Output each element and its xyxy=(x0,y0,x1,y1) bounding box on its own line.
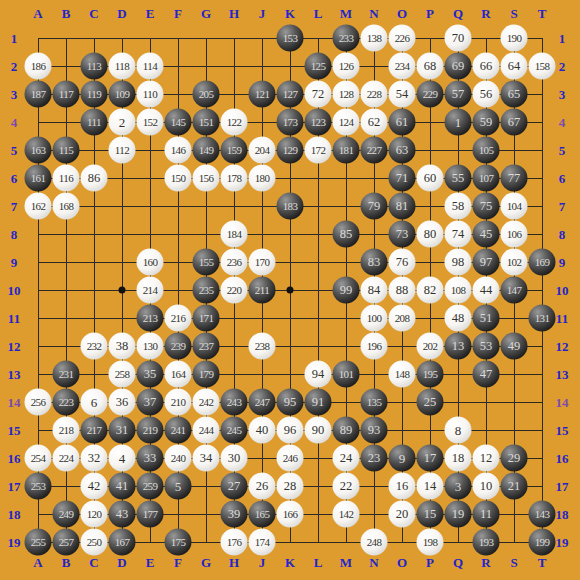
move-number: 16 xyxy=(396,480,409,493)
move-number: 33 xyxy=(144,452,157,465)
move-number: 10 xyxy=(480,480,493,493)
stone-O7-move-81-black[interactable]: 81 xyxy=(389,193,416,220)
stone-A16-move-254-white[interactable]: 254 xyxy=(25,445,52,472)
stone-R5-move-105-black[interactable]: 105 xyxy=(473,137,500,164)
stone-Q3-move-57-black[interactable]: 57 xyxy=(445,81,472,108)
stone-O10-move-88-white[interactable]: 88 xyxy=(389,277,416,304)
move-number: 130 xyxy=(143,341,158,352)
stone-Q2-move-69-black[interactable]: 69 xyxy=(445,53,472,80)
column-label-bottom-H: H xyxy=(229,556,239,569)
stone-K17-move-28-white[interactable]: 28 xyxy=(277,473,304,500)
stone-K5-move-129-black[interactable]: 129 xyxy=(277,137,304,164)
stone-A2-move-186-white[interactable]: 186 xyxy=(25,53,52,80)
stone-O16-move-9-black[interactable]: 9 xyxy=(389,445,416,472)
stone-O8-move-73-black[interactable]: 73 xyxy=(389,221,416,248)
stone-S3-move-65-black[interactable]: 65 xyxy=(501,81,528,108)
stone-Q1-move-70-white[interactable]: 70 xyxy=(445,25,472,52)
stone-N5-move-227-black[interactable]: 227 xyxy=(361,137,388,164)
stone-Q16-move-18-white[interactable]: 18 xyxy=(445,445,472,472)
stone-G9-move-155-black[interactable]: 155 xyxy=(193,249,220,276)
stone-O6-move-71-black[interactable]: 71 xyxy=(389,165,416,192)
stone-O1-move-226-white[interactable]: 226 xyxy=(389,25,416,52)
stone-R7-move-75-black[interactable]: 75 xyxy=(473,193,500,220)
move-number: 64 xyxy=(508,60,521,73)
stone-D2-move-118-white[interactable]: 118 xyxy=(109,53,136,80)
stone-N1-move-138-white[interactable]: 138 xyxy=(361,25,388,52)
move-number: 91 xyxy=(312,396,325,409)
stone-R12-move-53-black[interactable]: 53 xyxy=(473,333,500,360)
stone-D4-move-2-white[interactable]: 2 xyxy=(109,109,136,136)
move-number: 155 xyxy=(199,257,214,268)
stone-D12-move-38-white[interactable]: 38 xyxy=(109,333,136,360)
stone-T19-move-199-black[interactable]: 199 xyxy=(529,529,556,556)
stone-C19-move-250-white[interactable]: 250 xyxy=(81,529,108,556)
stone-K14-move-95-black[interactable]: 95 xyxy=(277,389,304,416)
stone-H5-move-159-black[interactable]: 159 xyxy=(221,137,248,164)
stone-D15-move-31-black[interactable]: 31 xyxy=(109,417,136,444)
stone-J17-move-26-white[interactable]: 26 xyxy=(249,473,276,500)
stone-N10-move-84-white[interactable]: 84 xyxy=(361,277,388,304)
stone-O11-move-208-white[interactable]: 208 xyxy=(389,305,416,332)
stone-D14-move-36-white[interactable]: 36 xyxy=(109,389,136,416)
stone-M2-move-126-white[interactable]: 126 xyxy=(333,53,360,80)
stone-F17-move-5-black[interactable]: 5 xyxy=(165,473,192,500)
move-number: 113 xyxy=(87,61,101,72)
stone-O5-move-63-black[interactable]: 63 xyxy=(389,137,416,164)
stone-M13-move-101-black[interactable]: 101 xyxy=(333,361,360,388)
stone-D5-move-112-white[interactable]: 112 xyxy=(109,137,136,164)
move-number: 249 xyxy=(59,509,74,520)
stone-F15-move-241-black[interactable]: 241 xyxy=(165,417,192,444)
row-label-left-7: 7 xyxy=(11,200,18,213)
stone-J3-move-121-black[interactable]: 121 xyxy=(249,81,276,108)
stone-N15-move-93-black[interactable]: 93 xyxy=(361,417,388,444)
stone-J12-move-238-white[interactable]: 238 xyxy=(249,333,276,360)
stone-S17-move-21-black[interactable]: 21 xyxy=(501,473,528,500)
stone-S16-move-29-black[interactable]: 29 xyxy=(501,445,528,472)
stone-R8-move-45-black[interactable]: 45 xyxy=(473,221,500,248)
stone-B15-move-218-white[interactable]: 218 xyxy=(53,417,80,444)
move-number: 67 xyxy=(508,116,521,129)
stone-M3-move-128-white[interactable]: 128 xyxy=(333,81,360,108)
stone-C3-move-119-black[interactable]: 119 xyxy=(81,81,108,108)
move-number: 150 xyxy=(171,173,186,184)
move-number: 88 xyxy=(396,284,409,297)
stone-M16-move-24-white[interactable]: 24 xyxy=(333,445,360,472)
move-number: 229 xyxy=(423,89,438,100)
column-label-bottom-J: J xyxy=(259,556,266,569)
star-point-D10 xyxy=(119,287,126,294)
stone-N19-move-248-white[interactable]: 248 xyxy=(361,529,388,556)
stone-O3-move-54-white[interactable]: 54 xyxy=(389,81,416,108)
stone-O18-move-20-white[interactable]: 20 xyxy=(389,501,416,528)
move-number: 84 xyxy=(368,284,381,297)
stone-C17-move-42-white[interactable]: 42 xyxy=(81,473,108,500)
stone-M1-move-233-black[interactable]: 233 xyxy=(333,25,360,52)
stone-N4-move-62-white[interactable]: 62 xyxy=(361,109,388,136)
stone-T9-move-169-black[interactable]: 169 xyxy=(529,249,556,276)
stone-E3-move-110-white[interactable]: 110 xyxy=(137,81,164,108)
stone-S9-move-102-white[interactable]: 102 xyxy=(501,249,528,276)
stone-N12-move-196-white[interactable]: 196 xyxy=(361,333,388,360)
stone-R19-move-193-black[interactable]: 193 xyxy=(473,529,500,556)
column-label-bottom-F: F xyxy=(174,556,182,569)
stone-S12-move-49-black[interactable]: 49 xyxy=(501,333,528,360)
stone-H4-move-122-white[interactable]: 122 xyxy=(221,109,248,136)
stone-F19-move-175-black[interactable]: 175 xyxy=(165,529,192,556)
move-number: 243 xyxy=(227,397,242,408)
stone-A14-move-256-white[interactable]: 256 xyxy=(25,389,52,416)
stone-A19-move-255-black[interactable]: 255 xyxy=(25,529,52,556)
stone-N16-move-23-black[interactable]: 23 xyxy=(361,445,388,472)
stone-H9-move-236-white[interactable]: 236 xyxy=(221,249,248,276)
stone-S7-move-104-white[interactable]: 104 xyxy=(501,193,528,220)
stone-S10-move-147-black[interactable]: 147 xyxy=(501,277,528,304)
stone-J18-move-165-black[interactable]: 165 xyxy=(249,501,276,528)
column-label-bottom-N: N xyxy=(369,556,378,569)
stone-R13-move-47-black[interactable]: 47 xyxy=(473,361,500,388)
stone-C4-move-111-black[interactable]: 111 xyxy=(81,109,108,136)
stone-L3-move-72-white[interactable]: 72 xyxy=(305,81,332,108)
stone-L13-move-94-white[interactable]: 94 xyxy=(305,361,332,388)
stone-H6-move-178-white[interactable]: 178 xyxy=(221,165,248,192)
stone-B7-move-168-white[interactable]: 168 xyxy=(53,193,80,220)
stone-G5-move-149-black[interactable]: 149 xyxy=(193,137,220,164)
stone-B6-move-116-white[interactable]: 116 xyxy=(53,165,80,192)
move-number: 176 xyxy=(227,537,242,548)
move-number: 77 xyxy=(508,172,521,185)
stone-C6-move-86-white[interactable]: 86 xyxy=(81,165,108,192)
move-number: 135 xyxy=(367,397,382,408)
move-number: 120 xyxy=(87,509,102,520)
stone-Q18-move-19-black[interactable]: 19 xyxy=(445,501,472,528)
stone-D19-move-167-black[interactable]: 167 xyxy=(109,529,136,556)
stone-M10-move-99-black[interactable]: 99 xyxy=(333,277,360,304)
stone-R3-move-56-white[interactable]: 56 xyxy=(473,81,500,108)
column-label-bottom-D: D xyxy=(117,556,126,569)
stone-K15-move-96-white[interactable]: 96 xyxy=(277,417,304,444)
move-number: 239 xyxy=(171,341,186,352)
move-number: 170 xyxy=(255,257,270,268)
column-label-bottom-S: S xyxy=(510,556,517,569)
stone-D18-move-43-black[interactable]: 43 xyxy=(109,501,136,528)
row-label-right-4: 4 xyxy=(559,116,566,129)
stone-Q4-move-1-black[interactable]: 1 xyxy=(445,109,472,136)
move-number: 128 xyxy=(339,89,354,100)
stone-D16-move-4-white[interactable]: 4 xyxy=(109,445,136,472)
stone-E13-move-35-black[interactable]: 35 xyxy=(137,361,164,388)
row-label-right-14: 14 xyxy=(556,396,569,409)
move-number: 122 xyxy=(227,117,242,128)
move-number: 93 xyxy=(368,424,381,437)
move-number: 227 xyxy=(367,145,382,156)
move-number: 119 xyxy=(87,89,101,100)
stone-A3-move-187-black[interactable]: 187 xyxy=(25,81,52,108)
stone-Q15-move-8-white[interactable]: 8 xyxy=(445,417,472,444)
stone-G15-move-244-white[interactable]: 244 xyxy=(193,417,220,444)
stone-C12-move-232-white[interactable]: 232 xyxy=(81,333,108,360)
stone-Q6-move-55-black[interactable]: 55 xyxy=(445,165,472,192)
stone-H10-move-220-white[interactable]: 220 xyxy=(221,277,248,304)
move-number: 21 xyxy=(508,480,521,493)
move-number: 30 xyxy=(228,452,241,465)
stone-H19-move-176-white[interactable]: 176 xyxy=(221,529,248,556)
stone-J6-move-180-white[interactable]: 180 xyxy=(249,165,276,192)
stone-B16-move-224-white[interactable]: 224 xyxy=(53,445,80,472)
stone-K16-move-246-white[interactable]: 246 xyxy=(277,445,304,472)
move-number: 152 xyxy=(143,117,158,128)
move-number: 70 xyxy=(452,32,465,45)
stone-Q12-move-13-black[interactable]: 13 xyxy=(445,333,472,360)
stone-N7-move-79-black[interactable]: 79 xyxy=(361,193,388,220)
stone-N9-move-83-black[interactable]: 83 xyxy=(361,249,388,276)
stone-P13-move-195-black[interactable]: 195 xyxy=(417,361,444,388)
stone-B14-move-223-black[interactable]: 223 xyxy=(53,389,80,416)
stone-N3-move-228-white[interactable]: 228 xyxy=(361,81,388,108)
stone-K18-move-166-white[interactable]: 166 xyxy=(277,501,304,528)
move-number: 44 xyxy=(480,284,493,297)
move-number: 226 xyxy=(395,33,410,44)
stone-H14-move-243-black[interactable]: 243 xyxy=(221,389,248,416)
stone-J9-move-170-white[interactable]: 170 xyxy=(249,249,276,276)
stone-S4-move-67-black[interactable]: 67 xyxy=(501,109,528,136)
stone-F6-move-150-white[interactable]: 150 xyxy=(165,165,192,192)
stone-R6-move-107-black[interactable]: 107 xyxy=(473,165,500,192)
move-number: 45 xyxy=(480,228,493,241)
row-label-right-8: 8 xyxy=(559,228,566,241)
stone-L5-move-172-white[interactable]: 172 xyxy=(305,137,332,164)
stone-E12-move-130-white[interactable]: 130 xyxy=(137,333,164,360)
stone-P12-move-202-white[interactable]: 202 xyxy=(417,333,444,360)
stone-J14-move-247-black[interactable]: 247 xyxy=(249,389,276,416)
stone-E10-move-214-white[interactable]: 214 xyxy=(137,277,164,304)
stone-R10-move-44-white[interactable]: 44 xyxy=(473,277,500,304)
stone-Q9-move-98-white[interactable]: 98 xyxy=(445,249,472,276)
stone-F13-move-164-white[interactable]: 164 xyxy=(165,361,192,388)
stone-P19-move-198-white[interactable]: 198 xyxy=(417,529,444,556)
stone-R4-move-59-black[interactable]: 59 xyxy=(473,109,500,136)
stone-R9-move-97-black[interactable]: 97 xyxy=(473,249,500,276)
stone-M4-move-124-white[interactable]: 124 xyxy=(333,109,360,136)
column-label-top-J: J xyxy=(259,7,266,20)
stone-O17-move-16-white[interactable]: 16 xyxy=(389,473,416,500)
stone-E9-move-160-white[interactable]: 160 xyxy=(137,249,164,276)
stone-F16-move-240-white[interactable]: 240 xyxy=(165,445,192,472)
stone-K7-move-183-black[interactable]: 183 xyxy=(277,193,304,220)
stone-B3-move-117-black[interactable]: 117 xyxy=(53,81,80,108)
move-number: 143 xyxy=(535,509,550,520)
move-number: 179 xyxy=(199,369,214,380)
column-label-top-P: P xyxy=(426,7,434,20)
row-label-left-16: 16 xyxy=(8,452,21,465)
stone-T18-move-143-black[interactable]: 143 xyxy=(529,501,556,528)
stone-E14-move-37-black[interactable]: 37 xyxy=(137,389,164,416)
stone-E15-move-219-black[interactable]: 219 xyxy=(137,417,164,444)
stone-F14-move-210-white[interactable]: 210 xyxy=(165,389,192,416)
column-label-top-D: D xyxy=(117,7,126,20)
move-number: 208 xyxy=(395,313,410,324)
stone-J19-move-174-white[interactable]: 174 xyxy=(249,529,276,556)
stone-P8-move-80-white[interactable]: 80 xyxy=(417,221,444,248)
stone-B13-move-231-black[interactable]: 231 xyxy=(53,361,80,388)
stone-J5-move-204-white[interactable]: 204 xyxy=(249,137,276,164)
stone-Q8-move-74-white[interactable]: 74 xyxy=(445,221,472,248)
move-number: 112 xyxy=(115,145,129,156)
stone-E16-move-33-black[interactable]: 33 xyxy=(137,445,164,472)
stone-H16-move-30-white[interactable]: 30 xyxy=(221,445,248,472)
stone-J15-move-40-white[interactable]: 40 xyxy=(249,417,276,444)
stone-N11-move-100-white[interactable]: 100 xyxy=(361,305,388,332)
stone-G12-move-237-black[interactable]: 237 xyxy=(193,333,220,360)
stone-E11-move-213-black[interactable]: 213 xyxy=(137,305,164,332)
move-number: 81 xyxy=(396,200,409,213)
stone-O13-move-148-white[interactable]: 148 xyxy=(389,361,416,388)
stone-H15-move-245-black[interactable]: 245 xyxy=(221,417,248,444)
stone-K3-move-127-black[interactable]: 127 xyxy=(277,81,304,108)
stone-M15-move-89-black[interactable]: 89 xyxy=(333,417,360,444)
stone-S8-move-106-white[interactable]: 106 xyxy=(501,221,528,248)
stone-A5-move-163-black[interactable]: 163 xyxy=(25,137,52,164)
stone-M18-move-142-white[interactable]: 142 xyxy=(333,501,360,528)
stone-P18-move-15-black[interactable]: 15 xyxy=(417,501,444,528)
column-label-bottom-L: L xyxy=(314,556,323,569)
stone-A17-move-253-black[interactable]: 253 xyxy=(25,473,52,500)
move-number: 235 xyxy=(199,285,214,296)
stone-P3-move-229-black[interactable]: 229 xyxy=(417,81,444,108)
stone-P14-move-25-black[interactable]: 25 xyxy=(417,389,444,416)
stone-O2-move-234-white[interactable]: 234 xyxy=(389,53,416,80)
stone-K1-move-153-black[interactable]: 153 xyxy=(277,25,304,52)
stone-K4-move-173-black[interactable]: 173 xyxy=(277,109,304,136)
stone-Q10-move-108-white[interactable]: 108 xyxy=(445,277,472,304)
stone-B5-move-115-black[interactable]: 115 xyxy=(53,137,80,164)
stone-R2-move-66-white[interactable]: 66 xyxy=(473,53,500,80)
stone-F5-move-146-white[interactable]: 146 xyxy=(165,137,192,164)
move-number: 195 xyxy=(423,369,438,380)
move-number: 159 xyxy=(227,145,242,156)
column-label-top-S: S xyxy=(510,7,517,20)
move-number: 175 xyxy=(171,537,186,548)
stone-C2-move-113-black[interactable]: 113 xyxy=(81,53,108,80)
stone-G6-move-156-white[interactable]: 156 xyxy=(193,165,220,192)
stone-Q11-move-48-white[interactable]: 48 xyxy=(445,305,472,332)
stone-G10-move-235-black[interactable]: 235 xyxy=(193,277,220,304)
move-number: 106 xyxy=(507,229,522,240)
stone-A6-move-161-black[interactable]: 161 xyxy=(25,165,52,192)
move-number: 76 xyxy=(396,256,409,269)
stone-B18-move-249-black[interactable]: 249 xyxy=(53,501,80,528)
stone-P16-move-17-black[interactable]: 17 xyxy=(417,445,444,472)
column-label-bottom-R: R xyxy=(481,556,490,569)
row-label-right-2: 2 xyxy=(559,60,566,73)
stone-F4-move-145-black[interactable]: 145 xyxy=(165,109,192,136)
stone-G3-move-205-black[interactable]: 205 xyxy=(193,81,220,108)
move-number: 18 xyxy=(452,452,465,465)
move-number: 255 xyxy=(31,537,46,548)
stone-N14-move-135-black[interactable]: 135 xyxy=(361,389,388,416)
stone-Q7-move-58-white[interactable]: 58 xyxy=(445,193,472,220)
stone-R17-move-10-white[interactable]: 10 xyxy=(473,473,500,500)
stone-S2-move-64-white[interactable]: 64 xyxy=(501,53,528,80)
stone-H18-move-39-black[interactable]: 39 xyxy=(221,501,248,528)
stone-D3-move-109-black[interactable]: 109 xyxy=(109,81,136,108)
stone-G4-move-151-black[interactable]: 151 xyxy=(193,109,220,136)
stone-L15-move-90-white[interactable]: 90 xyxy=(305,417,332,444)
stone-L14-move-91-black[interactable]: 91 xyxy=(305,389,332,416)
stone-G14-move-242-white[interactable]: 242 xyxy=(193,389,220,416)
move-number: 259 xyxy=(143,481,158,492)
stone-D17-move-41-black[interactable]: 41 xyxy=(109,473,136,500)
stone-E17-move-259-black[interactable]: 259 xyxy=(137,473,164,500)
stone-M8-move-85-black[interactable]: 85 xyxy=(333,221,360,248)
move-number: 193 xyxy=(479,537,494,548)
stone-P2-move-68-white[interactable]: 68 xyxy=(417,53,444,80)
stone-E18-move-177-black[interactable]: 177 xyxy=(137,501,164,528)
row-label-right-1: 1 xyxy=(559,32,566,45)
stone-C14-move-6-white[interactable]: 6 xyxy=(81,389,108,416)
stone-C16-move-32-white[interactable]: 32 xyxy=(81,445,108,472)
move-number: 22 xyxy=(340,480,353,493)
stone-M17-move-22-white[interactable]: 22 xyxy=(333,473,360,500)
stone-R16-move-12-white[interactable]: 12 xyxy=(473,445,500,472)
stone-G13-move-179-black[interactable]: 179 xyxy=(193,361,220,388)
stone-L2-move-125-black[interactable]: 125 xyxy=(305,53,332,80)
stone-D13-move-258-white[interactable]: 258 xyxy=(109,361,136,388)
move-number: 9 xyxy=(399,452,406,465)
stone-S6-move-77-black[interactable]: 77 xyxy=(501,165,528,192)
stone-Q17-move-3-black[interactable]: 3 xyxy=(445,473,472,500)
stone-P10-move-82-white[interactable]: 82 xyxy=(417,277,444,304)
stone-C15-move-217-black[interactable]: 217 xyxy=(81,417,108,444)
stone-T2-move-158-white[interactable]: 158 xyxy=(529,53,556,80)
stone-R18-move-11-black[interactable]: 11 xyxy=(473,501,500,528)
stone-E2-move-114-white[interactable]: 114 xyxy=(137,53,164,80)
stone-E4-move-152-white[interactable]: 152 xyxy=(137,109,164,136)
move-number: 13 xyxy=(452,340,465,353)
stone-G11-move-171-black[interactable]: 171 xyxy=(193,305,220,332)
go-board: ABCDEFGHJKLMNOPQRST ABCDEFGHJKLMNOPQRST … xyxy=(0,0,580,580)
move-number: 73 xyxy=(396,228,409,241)
stone-H17-move-27-black[interactable]: 27 xyxy=(221,473,248,500)
stone-B19-move-257-black[interactable]: 257 xyxy=(53,529,80,556)
move-number: 116 xyxy=(59,173,73,184)
stone-H8-move-184-white[interactable]: 184 xyxy=(221,221,248,248)
stone-S1-move-190-white[interactable]: 190 xyxy=(501,25,528,52)
stone-G16-move-34-white[interactable]: 34 xyxy=(193,445,220,472)
move-number: 89 xyxy=(340,424,353,437)
stone-A7-move-162-white[interactable]: 162 xyxy=(25,193,52,220)
stone-T11-move-131-black[interactable]: 131 xyxy=(529,305,556,332)
stone-J10-move-211-black[interactable]: 211 xyxy=(249,277,276,304)
stone-O4-move-61-black[interactable]: 61 xyxy=(389,109,416,136)
move-number: 125 xyxy=(311,61,326,72)
column-label-bottom-K: K xyxy=(285,556,295,569)
stone-P6-move-60-white[interactable]: 60 xyxy=(417,165,444,192)
column-label-top-G: G xyxy=(201,7,211,20)
stone-L4-move-123-black[interactable]: 123 xyxy=(305,109,332,136)
stone-C18-move-120-white[interactable]: 120 xyxy=(81,501,108,528)
stone-M5-move-181-black[interactable]: 181 xyxy=(333,137,360,164)
move-number: 75 xyxy=(480,200,493,213)
move-number: 117 xyxy=(59,89,73,100)
stone-F12-move-239-black[interactable]: 239 xyxy=(165,333,192,360)
stone-O9-move-76-white[interactable]: 76 xyxy=(389,249,416,276)
stone-R11-move-51-black[interactable]: 51 xyxy=(473,305,500,332)
stone-F11-move-216-white[interactable]: 216 xyxy=(165,305,192,332)
move-number: 160 xyxy=(143,257,158,268)
move-number: 173 xyxy=(283,117,298,128)
stone-P17-move-14-white[interactable]: 14 xyxy=(417,473,444,500)
